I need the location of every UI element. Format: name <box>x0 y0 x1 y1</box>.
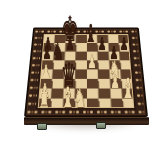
piece-white-rook-a1[interactable]: ♜ <box>38 87 50 112</box>
pieces-layer: ♚♝♟♟♟♟♟♞♟♟♟♞♛♟♟♝♜♝♞ <box>0 0 160 160</box>
piece-black-pawn-f7[interactable]: ♟ <box>98 36 107 54</box>
piece-white-knight-d1[interactable]: ♞ <box>74 86 87 112</box>
piece-white-pawn-e5[interactable]: ♟ <box>87 53 96 71</box>
piece-white-pawn-a4[interactable]: ♟ <box>41 62 50 80</box>
piece-black-pawn-c7[interactable]: ♟ <box>65 36 74 54</box>
piece-black-bishop-e8[interactable]: ♝ <box>85 21 97 46</box>
piece-black-pawn-h7[interactable]: ♟ <box>120 36 129 54</box>
product-photo-scene: ♚♝♟♟♟♟♟♞♟♟♟♞♛♟♟♝♜♝♞ <box>0 0 160 160</box>
piece-white-bishop-h2[interactable]: ♝ <box>121 74 135 102</box>
piece-white-pawn-g3[interactable]: ♟ <box>110 72 119 91</box>
